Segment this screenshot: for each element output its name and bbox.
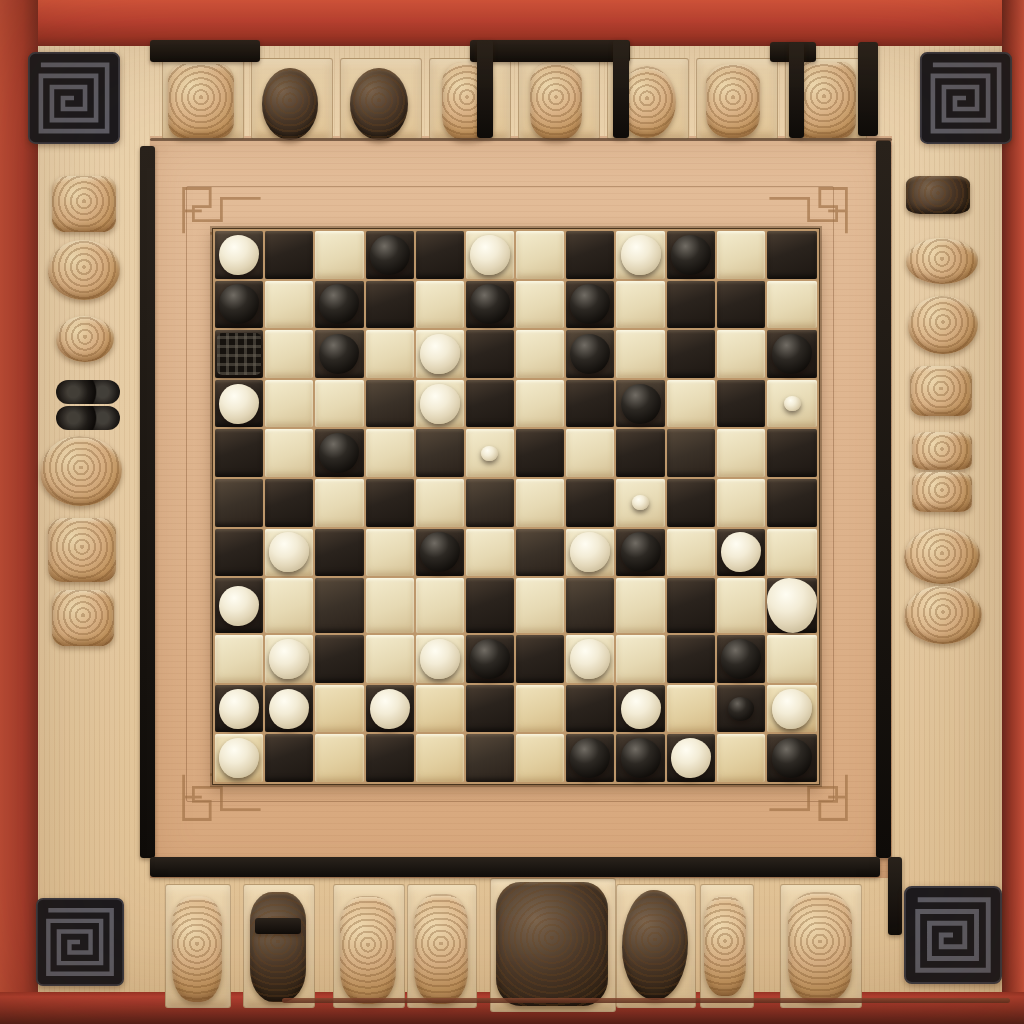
board-square-l10[interactable] bbox=[767, 685, 817, 733]
board-square-a10[interactable] bbox=[215, 685, 263, 733]
piece-black[interactable] bbox=[570, 334, 610, 374]
board-square-j11[interactable] bbox=[667, 734, 715, 782]
frame-hardware-bar bbox=[477, 40, 493, 138]
board-square-j3[interactable] bbox=[667, 330, 715, 378]
board-square-e8[interactable] bbox=[416, 578, 464, 633]
board-square-c3[interactable] bbox=[315, 330, 363, 378]
piece-black[interactable] bbox=[219, 284, 259, 324]
board-square-d3[interactable] bbox=[366, 330, 414, 378]
carved-figure-tan[interactable] bbox=[908, 296, 978, 354]
board-square-g2[interactable] bbox=[516, 281, 564, 329]
board-square-i1[interactable] bbox=[616, 231, 664, 279]
frame-hardware-bar bbox=[470, 40, 630, 62]
piece-white[interactable] bbox=[570, 532, 610, 572]
board-square-g10[interactable] bbox=[516, 685, 564, 733]
board-square-c2[interactable] bbox=[315, 281, 363, 329]
piece-black[interactable] bbox=[728, 697, 754, 721]
board-square-k3[interactable] bbox=[717, 330, 765, 378]
piece-black[interactable] bbox=[217, 333, 261, 375]
board-square-a6[interactable] bbox=[215, 479, 263, 527]
piece-white[interactable] bbox=[621, 235, 661, 275]
piece-black[interactable] bbox=[721, 639, 761, 679]
piece-white[interactable] bbox=[269, 532, 309, 572]
board-square-i7[interactable] bbox=[616, 529, 664, 577]
board-square-d1[interactable] bbox=[366, 231, 414, 279]
board-square-d5[interactable] bbox=[366, 429, 414, 477]
board-square-f2[interactable] bbox=[466, 281, 514, 329]
carved-figure-tan[interactable] bbox=[704, 896, 746, 996]
board-square-k7[interactable] bbox=[717, 529, 765, 577]
board-square-f9[interactable] bbox=[466, 635, 514, 683]
frame-hardware-bar bbox=[858, 42, 878, 136]
board-square-h7[interactable] bbox=[566, 529, 614, 577]
board-square-h6[interactable] bbox=[566, 479, 614, 527]
board-square-d10[interactable] bbox=[366, 685, 414, 733]
board-square-i3[interactable] bbox=[616, 330, 664, 378]
board-square-e3[interactable] bbox=[416, 330, 464, 378]
board-square-i6[interactable] bbox=[616, 479, 664, 527]
greek-key-motif-top-right bbox=[916, 52, 1016, 144]
piece-white[interactable] bbox=[420, 639, 460, 679]
piece-white[interactable] bbox=[632, 495, 649, 510]
piece-black[interactable] bbox=[470, 284, 510, 324]
board-square-g4[interactable] bbox=[516, 380, 564, 428]
thin-wooden-rod bbox=[282, 998, 1010, 1003]
board-square-l8[interactable] bbox=[767, 578, 817, 633]
carved-figure-tan[interactable] bbox=[788, 892, 852, 1002]
board-square-j8[interactable] bbox=[667, 578, 715, 633]
frame-hardware-bar bbox=[613, 40, 629, 138]
carved-figure-dark[interactable] bbox=[496, 882, 608, 1006]
greek-key-motif-bottom-left bbox=[34, 898, 126, 986]
board-square-g1[interactable] bbox=[516, 231, 564, 279]
frame-hardware-bar bbox=[150, 857, 880, 877]
piece-white[interactable] bbox=[219, 384, 259, 424]
board-square-d8[interactable] bbox=[366, 578, 414, 633]
piece-black[interactable] bbox=[671, 235, 711, 275]
piece-black[interactable] bbox=[570, 738, 610, 778]
piece-white[interactable] bbox=[470, 235, 510, 275]
carved-figure-tan[interactable] bbox=[910, 366, 972, 416]
board-square-i10[interactable] bbox=[616, 685, 664, 733]
board-square-a2[interactable] bbox=[215, 281, 263, 329]
carved-figure-tan[interactable] bbox=[168, 64, 234, 138]
piece-white[interactable] bbox=[370, 689, 410, 729]
board-square-a5[interactable] bbox=[215, 429, 263, 477]
board-square-j4[interactable] bbox=[667, 380, 715, 428]
carved-figure-tan[interactable] bbox=[904, 528, 980, 584]
board-square-b10[interactable] bbox=[265, 685, 313, 733]
board-square-i4[interactable] bbox=[616, 380, 664, 428]
board-square-g8[interactable] bbox=[516, 578, 564, 633]
board-square-a1[interactable] bbox=[215, 231, 263, 279]
piece-white[interactable] bbox=[420, 384, 460, 424]
piece-black[interactable] bbox=[319, 334, 359, 374]
board-square-d6[interactable] bbox=[366, 479, 414, 527]
piece-black[interactable] bbox=[772, 334, 812, 374]
board-square-e6[interactable] bbox=[416, 479, 464, 527]
board-square-b1[interactable] bbox=[265, 231, 313, 279]
board-square-j6[interactable] bbox=[667, 479, 715, 527]
piece-white[interactable] bbox=[219, 689, 259, 729]
board-square-g5[interactable] bbox=[516, 429, 564, 477]
board-square-e4[interactable] bbox=[416, 380, 464, 428]
piece-black[interactable] bbox=[570, 284, 610, 324]
board-square-f8[interactable] bbox=[466, 578, 514, 633]
board-square-k2[interactable] bbox=[717, 281, 765, 329]
carved-figure-tan[interactable] bbox=[706, 64, 760, 138]
board-square-g11[interactable] bbox=[516, 734, 564, 782]
board-square-k9[interactable] bbox=[717, 635, 765, 683]
carved-figure-tan[interactable] bbox=[172, 896, 222, 1002]
piece-white[interactable] bbox=[219, 235, 259, 275]
board-square-j2[interactable] bbox=[667, 281, 715, 329]
board-square-f4[interactable] bbox=[466, 380, 514, 428]
piece-black[interactable] bbox=[370, 235, 410, 275]
board-square-k1[interactable] bbox=[717, 231, 765, 279]
game-board bbox=[212, 228, 820, 785]
frame-hardware-bar bbox=[150, 40, 260, 62]
board-square-j1[interactable] bbox=[667, 231, 715, 279]
frame-hardware-bar bbox=[255, 918, 301, 934]
board-square-c7[interactable] bbox=[315, 529, 363, 577]
piece-white[interactable] bbox=[420, 334, 460, 374]
piece-black[interactable] bbox=[772, 738, 812, 778]
board-square-k5[interactable] bbox=[717, 429, 765, 477]
piece-white[interactable] bbox=[721, 532, 761, 572]
board-square-j7[interactable] bbox=[667, 529, 715, 577]
board-square-f5[interactable] bbox=[466, 429, 514, 477]
board-square-f11[interactable] bbox=[466, 734, 514, 782]
piece-white[interactable] bbox=[671, 738, 711, 778]
board-square-g6[interactable] bbox=[516, 479, 564, 527]
piece-white[interactable] bbox=[481, 446, 498, 461]
board-square-d4[interactable] bbox=[366, 380, 414, 428]
board-square-j9[interactable] bbox=[667, 635, 715, 683]
piece-white[interactable] bbox=[767, 578, 817, 633]
carved-figure-dark[interactable] bbox=[262, 68, 318, 140]
board-square-c9[interactable] bbox=[315, 635, 363, 683]
carved-figure-tan[interactable] bbox=[912, 432, 972, 470]
piece-white[interactable] bbox=[269, 689, 309, 729]
piece-white[interactable] bbox=[219, 586, 259, 626]
piece-black[interactable] bbox=[319, 284, 359, 324]
board-square-k11[interactable] bbox=[717, 734, 765, 782]
board-square-f3[interactable] bbox=[466, 330, 514, 378]
piece-black[interactable] bbox=[319, 433, 359, 473]
board-square-h8[interactable] bbox=[566, 578, 614, 633]
board-square-f10[interactable] bbox=[466, 685, 514, 733]
board-square-h10[interactable] bbox=[566, 685, 614, 733]
board-square-d9[interactable] bbox=[366, 635, 414, 683]
piece-black[interactable] bbox=[420, 532, 460, 572]
piece-white[interactable] bbox=[621, 689, 661, 729]
board-square-b5[interactable] bbox=[265, 429, 313, 477]
carved-figure-dark[interactable] bbox=[622, 890, 688, 1000]
board-square-a9[interactable] bbox=[215, 635, 263, 683]
board-square-i9[interactable] bbox=[616, 635, 664, 683]
board-square-l7[interactable] bbox=[767, 529, 817, 577]
board-square-a11[interactable] bbox=[215, 734, 263, 782]
board-square-l9[interactable] bbox=[767, 635, 817, 683]
board-square-b6[interactable] bbox=[265, 479, 313, 527]
board-square-c11[interactable] bbox=[315, 734, 363, 782]
board-square-j10[interactable] bbox=[667, 685, 715, 733]
board-square-g9[interactable] bbox=[516, 635, 564, 683]
frame-hardware-bar bbox=[140, 146, 155, 858]
carved-figure-dark[interactable] bbox=[906, 176, 970, 214]
board-square-h1[interactable] bbox=[566, 231, 614, 279]
board-square-d2[interactable] bbox=[366, 281, 414, 329]
board-square-h9[interactable] bbox=[566, 635, 614, 683]
board-square-g7[interactable] bbox=[516, 529, 564, 577]
board-square-b2[interactable] bbox=[265, 281, 313, 329]
carved-figure-tan[interactable] bbox=[340, 896, 396, 1004]
carved-figure-tan[interactable] bbox=[56, 316, 114, 362]
board-square-b9[interactable] bbox=[265, 635, 313, 683]
board-square-h5[interactable] bbox=[566, 429, 614, 477]
piece-white[interactable] bbox=[784, 396, 801, 411]
board-square-d11[interactable] bbox=[366, 734, 414, 782]
board-square-i2[interactable] bbox=[616, 281, 664, 329]
piece-white[interactable] bbox=[570, 639, 610, 679]
piece-white[interactable] bbox=[772, 689, 812, 729]
board-square-i11[interactable] bbox=[616, 734, 664, 782]
board-square-l4[interactable] bbox=[767, 380, 817, 428]
board-square-j5[interactable] bbox=[667, 429, 715, 477]
board-square-k6[interactable] bbox=[717, 479, 765, 527]
board-square-a4[interactable] bbox=[215, 380, 263, 428]
board-square-e9[interactable] bbox=[416, 635, 464, 683]
board-square-l3[interactable] bbox=[767, 330, 817, 378]
carved-figure-tan[interactable] bbox=[912, 472, 972, 512]
board-square-k4[interactable] bbox=[717, 380, 765, 428]
board-square-l2[interactable] bbox=[767, 281, 817, 329]
greek-key-motif-bottom-right bbox=[903, 886, 1003, 984]
piece-black[interactable] bbox=[470, 639, 510, 679]
carved-figure-tan[interactable] bbox=[906, 238, 978, 284]
board-square-h4[interactable] bbox=[566, 380, 614, 428]
board-square-b11[interactable] bbox=[265, 734, 313, 782]
frame-hardware-bar bbox=[876, 140, 891, 858]
frame-hardware-bar bbox=[888, 857, 902, 935]
board-square-g3[interactable] bbox=[516, 330, 564, 378]
carved-figure-dark[interactable] bbox=[250, 892, 306, 1002]
board-square-h2[interactable] bbox=[566, 281, 614, 329]
piece-black[interactable] bbox=[621, 532, 661, 572]
piece-white[interactable] bbox=[219, 738, 259, 778]
board-square-e10[interactable] bbox=[416, 685, 464, 733]
board-square-a3[interactable] bbox=[215, 330, 263, 378]
board-square-b8[interactable] bbox=[265, 578, 313, 633]
carved-figure-tan[interactable] bbox=[48, 240, 120, 300]
board-square-i8[interactable] bbox=[616, 578, 664, 633]
board-square-b7[interactable] bbox=[265, 529, 313, 577]
frame-edge-line bbox=[150, 138, 892, 141]
board-square-e1[interactable] bbox=[416, 231, 464, 279]
carved-figure-tan[interactable] bbox=[52, 176, 116, 232]
board-square-d7[interactable] bbox=[366, 529, 414, 577]
board-square-h3[interactable] bbox=[566, 330, 614, 378]
frame-hardware-bar bbox=[789, 42, 804, 138]
carved-figure-tan[interactable] bbox=[414, 894, 468, 1004]
board-square-c10[interactable] bbox=[315, 685, 363, 733]
board-square-b3[interactable] bbox=[265, 330, 313, 378]
carved-figure-tan[interactable] bbox=[904, 586, 982, 644]
board-square-l1[interactable] bbox=[767, 231, 817, 279]
board-square-c6[interactable] bbox=[315, 479, 363, 527]
board-square-a8[interactable] bbox=[215, 578, 263, 633]
piece-black[interactable] bbox=[621, 384, 661, 424]
board-square-e5[interactable] bbox=[416, 429, 464, 477]
carved-figure-tan[interactable] bbox=[40, 436, 122, 506]
board-square-a7[interactable] bbox=[215, 529, 263, 577]
board-square-f6[interactable] bbox=[466, 479, 514, 527]
piece-black[interactable] bbox=[621, 738, 661, 778]
board-square-e7[interactable] bbox=[416, 529, 464, 577]
board-square-f1[interactable] bbox=[466, 231, 514, 279]
carved-figure-tan[interactable] bbox=[52, 590, 114, 646]
board-square-e2[interactable] bbox=[416, 281, 464, 329]
board-square-c4[interactable] bbox=[315, 380, 363, 428]
greek-key-motif-top-left bbox=[28, 52, 120, 144]
board-square-c5[interactable] bbox=[315, 429, 363, 477]
board-square-c8[interactable] bbox=[315, 578, 363, 633]
board-square-k10[interactable] bbox=[717, 685, 765, 733]
bead-pair[interactable] bbox=[56, 380, 120, 404]
board-square-l11[interactable] bbox=[767, 734, 817, 782]
board-square-c1[interactable] bbox=[315, 231, 363, 279]
board-square-l5[interactable] bbox=[767, 429, 817, 477]
board-square-i5[interactable] bbox=[616, 429, 664, 477]
board-square-l6[interactable] bbox=[767, 479, 817, 527]
board-square-k8[interactable] bbox=[717, 578, 765, 633]
carved-figure-tan[interactable] bbox=[48, 518, 116, 582]
carved-figure-tan[interactable] bbox=[530, 62, 582, 140]
board-square-e11[interactable] bbox=[416, 734, 464, 782]
board-square-f7[interactable] bbox=[466, 529, 514, 577]
board-square-h11[interactable] bbox=[566, 734, 614, 782]
bead-pair[interactable] bbox=[56, 406, 120, 430]
board-square-b4[interactable] bbox=[265, 380, 313, 428]
carved-figure-dark[interactable] bbox=[350, 68, 408, 140]
piece-white[interactable] bbox=[269, 639, 309, 679]
